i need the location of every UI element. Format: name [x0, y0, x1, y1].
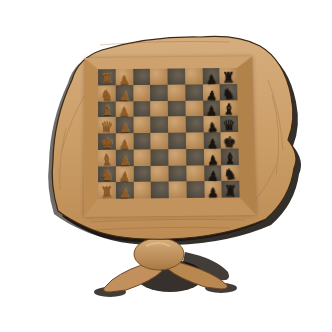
- square-e6: [186, 132, 204, 148]
- square-d4: [150, 117, 168, 133]
- square-f8: ♝: [221, 148, 239, 165]
- square-b1: ♞: [98, 85, 115, 101]
- square-d1: ♛: [98, 117, 116, 133]
- square-a1: ♜: [98, 69, 115, 85]
- black-pawn: ♟: [204, 186, 222, 199]
- white-king: ♚: [98, 136, 116, 151]
- square-b4: [150, 84, 168, 100]
- square-h7: ♟: [204, 181, 222, 198]
- square-f4: [151, 149, 169, 166]
- square-g3: [133, 165, 151, 182]
- square-e5: [168, 133, 186, 149]
- square-h3: [133, 182, 151, 199]
- black-bishop: ♝: [221, 151, 239, 166]
- square-h6: [186, 181, 204, 198]
- white-pawn: ♟: [116, 187, 134, 200]
- chess-board: ♜♟♟♜♞♟♟♞♝♟♟♝♛♟♟♛♚♟♟♚♝♟♟♝♞♟♟♞♜♟♟♜: [98, 68, 240, 199]
- square-f6: [186, 149, 204, 166]
- square-a3: [133, 69, 150, 85]
- square-a6: [185, 68, 203, 84]
- square-c6: [185, 100, 203, 116]
- square-g2: ♟: [116, 166, 134, 183]
- square-d7: ♟: [203, 116, 221, 132]
- square-e2: ♟: [116, 133, 134, 149]
- square-d8: ♛: [220, 116, 238, 132]
- square-e3: [133, 133, 151, 149]
- black-rook: ♜: [222, 183, 240, 198]
- square-e1: ♚: [98, 133, 116, 149]
- square-f2: ♟: [116, 149, 134, 166]
- square-g6: [186, 165, 204, 182]
- square-a8: ♜: [220, 68, 238, 84]
- square-c8: ♝: [220, 100, 238, 116]
- square-e7: ♟: [203, 132, 221, 148]
- square-g4: [151, 165, 169, 182]
- square-h2: ♟: [116, 182, 134, 199]
- square-f5: [168, 149, 186, 166]
- square-c4: [150, 100, 168, 116]
- square-c2: ♟: [115, 101, 133, 117]
- square-a7: ♟: [202, 68, 220, 84]
- square-a4: [150, 69, 168, 85]
- square-d2: ♟: [116, 117, 134, 133]
- square-d5: [168, 116, 186, 132]
- black-rook: ♜: [220, 70, 238, 84]
- square-g7: ♟: [204, 165, 222, 182]
- square-f7: ♟: [203, 148, 221, 165]
- square-f3: [133, 149, 151, 166]
- square-b7: ♟: [202, 84, 220, 100]
- square-b3: [133, 85, 151, 101]
- square-e8: ♚: [221, 132, 239, 148]
- square-c3: [133, 101, 151, 117]
- square-d3: [133, 117, 151, 133]
- square-a2: ♟: [115, 69, 132, 85]
- square-b5: [168, 84, 186, 100]
- square-b2: ♟: [115, 85, 132, 101]
- square-g1: ♞: [98, 166, 116, 183]
- product-photo-chess-table: ♜♟♟♜♞♟♟♞♝♟♟♝♛♟♟♛♚♟♟♚♝♟♟♝♞♟♟♞♜♟♟♜: [0, 0, 332, 332]
- board-rim: ♜♟♟♜♞♟♟♞♝♟♟♝♛♟♟♛♚♟♟♚♝♟♟♝♞♟♟♞♜♟♟♜: [84, 56, 256, 217]
- white-rook: ♜: [98, 185, 116, 201]
- square-h4: [151, 182, 169, 199]
- square-g5: [168, 165, 186, 182]
- square-b6: [185, 84, 203, 100]
- square-h8: ♜: [222, 181, 240, 198]
- square-h1: ♜: [98, 182, 116, 199]
- square-c1: ♝: [98, 101, 115, 117]
- square-c5: [168, 100, 186, 116]
- square-c7: ♟: [203, 100, 221, 116]
- square-b8: ♞: [220, 84, 238, 100]
- square-a5: [167, 68, 185, 84]
- square-e4: [151, 133, 169, 149]
- square-f1: ♝: [98, 150, 116, 167]
- square-h5: [169, 182, 187, 199]
- square-g8: ♞: [221, 165, 239, 182]
- square-d6: [185, 116, 203, 132]
